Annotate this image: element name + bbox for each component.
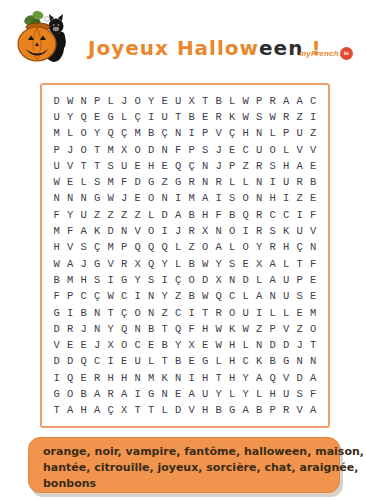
grid-cell: B bbox=[158, 337, 172, 353]
grid-cell: H bbox=[145, 158, 159, 174]
grid-cell: T bbox=[77, 158, 91, 174]
grid-cell: B bbox=[145, 125, 159, 141]
grid-cell: L bbox=[145, 353, 159, 369]
grid-cell: F bbox=[307, 207, 321, 223]
grid-cell: O bbox=[131, 141, 145, 157]
grid-cell: E bbox=[199, 337, 213, 353]
grid-cell: V bbox=[293, 402, 307, 418]
grid-cell: D bbox=[239, 272, 253, 288]
grid-cell: U bbox=[50, 109, 64, 125]
grid-cell: K bbox=[226, 109, 240, 125]
grid-cell: H bbox=[104, 370, 118, 386]
grid-cell: G bbox=[172, 174, 186, 190]
grid-cell: T bbox=[307, 337, 321, 353]
grid-cell: Z bbox=[185, 239, 199, 255]
grid-cell: Ç bbox=[172, 272, 186, 288]
grid-cell: L bbox=[253, 386, 267, 402]
grid-cell: Ç bbox=[104, 402, 118, 418]
grid-cell: X bbox=[212, 272, 226, 288]
grid-cell: S bbox=[253, 109, 267, 125]
grid-cell: C bbox=[131, 337, 145, 353]
grid-cell: B bbox=[185, 109, 199, 125]
grid-cell: B bbox=[307, 174, 321, 190]
grid-cell: M bbox=[307, 304, 321, 320]
grid-cell: W bbox=[266, 109, 280, 125]
grid-cell: P bbox=[118, 239, 132, 255]
grid-cell: G bbox=[145, 174, 159, 190]
grid-cell: Y bbox=[158, 256, 172, 272]
grid-cell: M bbox=[50, 125, 64, 141]
grid-cell: W bbox=[212, 321, 226, 337]
grid-cell: Q bbox=[158, 239, 172, 255]
grid-cell: L bbox=[172, 256, 186, 272]
grid-cell: Q bbox=[131, 239, 145, 255]
grid-cell: S bbox=[293, 288, 307, 304]
grid-cell: G bbox=[280, 353, 294, 369]
grid-cell: M bbox=[185, 190, 199, 206]
grid-cell: J bbox=[64, 141, 78, 157]
grid-cell: P bbox=[226, 158, 240, 174]
grid-cell: M bbox=[50, 223, 64, 239]
grid-cell: G bbox=[145, 386, 159, 402]
grid-cell: H bbox=[280, 158, 294, 174]
grid-cell: C bbox=[239, 353, 253, 369]
grid-cell: Z bbox=[104, 207, 118, 223]
grid-cell: S bbox=[226, 256, 240, 272]
grid-cell: P bbox=[266, 321, 280, 337]
grid-cell: U bbox=[280, 288, 294, 304]
grid-cell: A bbox=[118, 386, 132, 402]
grid-cell: U bbox=[253, 141, 267, 157]
grid-cell: D bbox=[293, 370, 307, 386]
grid-cell: P bbox=[266, 402, 280, 418]
grid-cell: R bbox=[212, 304, 226, 320]
grid-cell: N bbox=[118, 223, 132, 239]
grid-cell: V bbox=[293, 141, 307, 157]
grid-cell: L bbox=[226, 93, 240, 109]
grid-cell: H bbox=[226, 353, 240, 369]
grid-cell: M bbox=[131, 125, 145, 141]
grid-cell: I bbox=[253, 304, 267, 320]
grid-cell: A bbox=[293, 158, 307, 174]
grid-cell: Z bbox=[158, 174, 172, 190]
grid-cell: J bbox=[118, 93, 132, 109]
grid-cell: W bbox=[50, 256, 64, 272]
grid-cell: E bbox=[91, 109, 105, 125]
grid-cell: H bbox=[199, 402, 213, 418]
grid-cell: V bbox=[64, 158, 78, 174]
grid-cell: O bbox=[266, 141, 280, 157]
grid-cell: E bbox=[145, 337, 159, 353]
grid-cell: U bbox=[293, 125, 307, 141]
grid-cell: B bbox=[266, 353, 280, 369]
grid-cell: Ç bbox=[131, 109, 145, 125]
word-list-line: hantée, citrouille, joyeux, sorcière, ch… bbox=[43, 460, 327, 476]
grid-cell: R bbox=[253, 158, 267, 174]
grid-cell: N bbox=[226, 272, 240, 288]
grid-cell: R bbox=[253, 207, 267, 223]
grid-cell: R bbox=[64, 321, 78, 337]
grid-cell: B bbox=[185, 288, 199, 304]
grid-cell: O bbox=[307, 321, 321, 337]
grid-cell: B bbox=[145, 321, 159, 337]
grid-cell: Y bbox=[212, 386, 226, 402]
grid-cell: N bbox=[199, 174, 213, 190]
grid-cell: X bbox=[199, 223, 213, 239]
title-text-dark: een bbox=[259, 36, 303, 60]
grid-cell: T bbox=[145, 402, 159, 418]
grid-cell: L bbox=[239, 288, 253, 304]
grid-cell: X bbox=[185, 337, 199, 353]
grid-cell: F bbox=[185, 321, 199, 337]
grid-cell: A bbox=[307, 370, 321, 386]
grid-cell: H bbox=[77, 272, 91, 288]
grid-cell: Q bbox=[77, 353, 91, 369]
grid-cell: N bbox=[64, 190, 78, 206]
grid-cell: S bbox=[293, 386, 307, 402]
grid-cell: C bbox=[280, 207, 294, 223]
grid-cell: D bbox=[145, 141, 159, 157]
grid-cell: E bbox=[307, 158, 321, 174]
grid-cell: N bbox=[158, 141, 172, 157]
grid-cell: M bbox=[104, 239, 118, 255]
grid-cell: E bbox=[64, 337, 78, 353]
page-title: Joyeux Halloween ! bbox=[88, 36, 308, 60]
grid-cell: N bbox=[212, 223, 226, 239]
grid-cell: O bbox=[77, 141, 91, 157]
grid-cell: D bbox=[50, 93, 64, 109]
grid-cell: Y bbox=[91, 125, 105, 141]
grid-cell: X bbox=[185, 93, 199, 109]
grid-cell: S bbox=[266, 223, 280, 239]
grid-cell: A bbox=[239, 402, 253, 418]
grid-cell: N bbox=[172, 125, 186, 141]
grid-cell: T bbox=[199, 304, 213, 320]
grid-cell: J bbox=[77, 256, 91, 272]
grid-cell: S bbox=[91, 272, 105, 288]
grid-cell: I bbox=[185, 304, 199, 320]
grid-cell: D bbox=[50, 321, 64, 337]
grid-cell: L bbox=[226, 239, 240, 255]
grid-cell: E bbox=[77, 370, 91, 386]
grid-cell: W bbox=[239, 93, 253, 109]
grid-cell: U bbox=[239, 304, 253, 320]
grid-cell: W bbox=[104, 288, 118, 304]
grid-cell: E bbox=[131, 158, 145, 174]
grid-cell: B bbox=[253, 402, 267, 418]
grid-cell: N bbox=[253, 190, 267, 206]
grid-cell: N bbox=[91, 304, 105, 320]
grid-cell: I bbox=[104, 272, 118, 288]
grid-cell: X bbox=[131, 256, 145, 272]
grid-cell: C bbox=[239, 141, 253, 157]
grid-cell: A bbox=[293, 93, 307, 109]
grid-cell: I bbox=[266, 174, 280, 190]
grid-cell: L bbox=[118, 109, 132, 125]
grid-cell: W bbox=[239, 109, 253, 125]
grid-cell: T bbox=[50, 402, 64, 418]
grid-cell: J bbox=[91, 337, 105, 353]
grid-cell: Ç bbox=[118, 125, 132, 141]
grid-cell: T bbox=[158, 321, 172, 337]
grid-cell: P bbox=[91, 93, 105, 109]
grid-cell: W bbox=[239, 321, 253, 337]
grid-cell: A bbox=[172, 207, 186, 223]
grid-cell: H bbox=[77, 402, 91, 418]
grid-cell: E bbox=[239, 256, 253, 272]
grid-cell: R bbox=[293, 174, 307, 190]
grid-cell: V bbox=[280, 321, 294, 337]
grid-cell: N bbox=[145, 288, 159, 304]
grid-cell: A bbox=[212, 239, 226, 255]
grid-cell: O bbox=[226, 223, 240, 239]
grid-cell: L bbox=[266, 304, 280, 320]
grid-cell: G bbox=[91, 190, 105, 206]
grid-cell: A bbox=[253, 288, 267, 304]
grid-cell: L bbox=[280, 304, 294, 320]
grid-cell: T bbox=[172, 109, 186, 125]
grid-cell: D bbox=[158, 207, 172, 223]
grid-cell: U bbox=[172, 93, 186, 109]
grid-cell: G bbox=[118, 272, 132, 288]
grid-cell: E bbox=[307, 288, 321, 304]
grid-cell: B bbox=[185, 207, 199, 223]
grid-cell: O bbox=[77, 125, 91, 141]
grid-cell: A bbox=[266, 272, 280, 288]
grid-cell: A bbox=[64, 402, 78, 418]
grid-cell: P bbox=[293, 272, 307, 288]
grid-cell: I bbox=[239, 223, 253, 239]
grid-cell: Q bbox=[77, 109, 91, 125]
grid-cell: I bbox=[212, 190, 226, 206]
grid-cell: Z bbox=[172, 288, 186, 304]
grid-cell: I bbox=[185, 370, 199, 386]
grid-cell: I bbox=[158, 272, 172, 288]
grid-cell: G bbox=[50, 386, 64, 402]
grid-cell: C bbox=[266, 207, 280, 223]
grid-cell: V bbox=[307, 223, 321, 239]
grid-cell: J bbox=[118, 190, 132, 206]
grid-cell: N bbox=[307, 353, 321, 369]
grid-cell: U bbox=[158, 109, 172, 125]
grid-cell: G bbox=[104, 109, 118, 125]
grid-cell: D bbox=[199, 272, 213, 288]
grid-cell: J bbox=[212, 158, 226, 174]
grid-cell: R bbox=[118, 256, 132, 272]
logo-text: myFrench bbox=[299, 49, 339, 58]
grid-cell: I bbox=[172, 190, 186, 206]
pumpkin-cat-image bbox=[16, 6, 68, 64]
grid-cell: S bbox=[145, 272, 159, 288]
title-text-orange: Joyeux Hallow bbox=[88, 36, 259, 60]
grid-cell: H bbox=[226, 370, 240, 386]
grid-cell: K bbox=[226, 321, 240, 337]
grid-cell: F bbox=[50, 288, 64, 304]
grid-cell: N bbox=[266, 288, 280, 304]
grid-cell: S bbox=[266, 158, 280, 174]
grid-cell: A bbox=[77, 223, 91, 239]
grid-cell: Ç bbox=[91, 288, 105, 304]
grid-cell: U bbox=[293, 223, 307, 239]
grid-cell: E bbox=[77, 337, 91, 353]
grid-cell: A bbox=[307, 402, 321, 418]
grid-cell: Z bbox=[293, 109, 307, 125]
grid-cell: L bbox=[212, 353, 226, 369]
grid-cell: L bbox=[280, 141, 294, 157]
grid-cell: H bbox=[226, 337, 240, 353]
grid-cell: D bbox=[266, 337, 280, 353]
grid-cell: V bbox=[131, 223, 145, 239]
grid-cell: Y bbox=[239, 370, 253, 386]
grid-cell: D bbox=[50, 353, 64, 369]
grid-cell: T bbox=[104, 304, 118, 320]
grid-cell: O bbox=[239, 190, 253, 206]
grid-cell: M bbox=[145, 370, 159, 386]
grid-cell: Q bbox=[172, 321, 186, 337]
grid-cell: W bbox=[50, 174, 64, 190]
grid-cell: G bbox=[199, 353, 213, 369]
grid-cell: E bbox=[293, 304, 307, 320]
grid-cell: W bbox=[212, 337, 226, 353]
grid-cell: Q bbox=[145, 239, 159, 255]
grid-cell: X bbox=[253, 256, 267, 272]
grid-cell: I bbox=[158, 223, 172, 239]
grid-cell: O bbox=[64, 386, 78, 402]
grid-cell: Y bbox=[172, 337, 186, 353]
grid-cell: O bbox=[131, 93, 145, 109]
grid-cell: A bbox=[64, 256, 78, 272]
grid-cell: P bbox=[280, 125, 294, 141]
grid-cell: G bbox=[226, 402, 240, 418]
grid-cell: H bbox=[266, 190, 280, 206]
grid-cell: D bbox=[64, 353, 78, 369]
grid-cell: W bbox=[64, 93, 78, 109]
grid-cell: T bbox=[212, 370, 226, 386]
grid-cell: Q bbox=[239, 207, 253, 223]
grid-cell: H bbox=[199, 370, 213, 386]
grid-cell: W bbox=[199, 288, 213, 304]
grid-cell: N bbox=[77, 93, 91, 109]
grid-cell: R bbox=[104, 386, 118, 402]
grid-cell: R bbox=[266, 239, 280, 255]
grid-cell: P bbox=[64, 288, 78, 304]
grid-cell: E bbox=[226, 141, 240, 157]
grid-cell: Ç bbox=[293, 239, 307, 255]
grid-cell: O bbox=[145, 190, 159, 206]
grid-cell: T bbox=[91, 158, 105, 174]
grid-cell: Y bbox=[253, 239, 267, 255]
grid-cell: L bbox=[145, 207, 159, 223]
grid-cell: N bbox=[199, 158, 213, 174]
grid-cell: M bbox=[64, 272, 78, 288]
grid-cell: R bbox=[185, 174, 199, 190]
grid-cell: C bbox=[307, 93, 321, 109]
grid-cell: C bbox=[77, 288, 91, 304]
grid-cell: T bbox=[131, 402, 145, 418]
grid-cell: Q bbox=[104, 125, 118, 141]
word-list-box: orange, noir, vampire, fantôme, hallowee… bbox=[28, 437, 340, 493]
grid-cell: N bbox=[253, 337, 267, 353]
grid-cell: I bbox=[307, 109, 321, 125]
grid-cell: S bbox=[104, 158, 118, 174]
grid-cell: A bbox=[91, 402, 105, 418]
grid-cell: Ç bbox=[91, 239, 105, 255]
grid-cell: V bbox=[280, 370, 294, 386]
grid-cell: R bbox=[266, 93, 280, 109]
grid-cell: K bbox=[253, 353, 267, 369]
grid-cell: Ç bbox=[118, 304, 132, 320]
grid-cell: I bbox=[131, 386, 145, 402]
grid-cell: H bbox=[280, 239, 294, 255]
grid-cell: D bbox=[172, 402, 186, 418]
grid-cell: E bbox=[158, 93, 172, 109]
grid-cell: N bbox=[158, 190, 172, 206]
grid-cell: O bbox=[118, 337, 132, 353]
grid-cell: I bbox=[145, 109, 159, 125]
grid-cell: O bbox=[145, 223, 159, 239]
grid-cell: N bbox=[131, 370, 145, 386]
grid-cell: R bbox=[253, 223, 267, 239]
grid-cell: N bbox=[307, 239, 321, 255]
grid-cell: R bbox=[212, 109, 226, 125]
grid-cell: E bbox=[307, 272, 321, 288]
grid-cell: U bbox=[50, 158, 64, 174]
grid-cell: C bbox=[172, 304, 186, 320]
grid-cell: Y bbox=[104, 321, 118, 337]
word-search-board: DWNPLJOYEUXTBLWPRAACUYQEGLÇIUTBERKWSWRZI… bbox=[40, 83, 330, 428]
grid-cell: Y bbox=[239, 386, 253, 402]
site-logo: myFrench io bbox=[299, 44, 361, 62]
grid-cell: Y bbox=[131, 272, 145, 288]
grid-cell: E bbox=[64, 174, 78, 190]
grid-cell: A bbox=[199, 190, 213, 206]
grid-cell: U bbox=[280, 386, 294, 402]
grid-cell: J bbox=[293, 337, 307, 353]
grid-cell: V bbox=[104, 256, 118, 272]
grid-cell: P bbox=[185, 141, 199, 157]
grid-cell: Z bbox=[293, 321, 307, 337]
grid-cell: Z bbox=[293, 190, 307, 206]
grid-cell: K bbox=[158, 370, 172, 386]
grid-cell: F bbox=[307, 256, 321, 272]
grid-cell: H bbox=[199, 207, 213, 223]
grid-cell: Y bbox=[212, 256, 226, 272]
grid-cell: B bbox=[226, 207, 240, 223]
grid-cell: Q bbox=[266, 370, 280, 386]
grid-cell: J bbox=[77, 321, 91, 337]
grid-cell: N bbox=[50, 190, 64, 206]
grid-cell: A bbox=[266, 256, 280, 272]
grid-cell: Q bbox=[172, 158, 186, 174]
grid-cell: S bbox=[77, 239, 91, 255]
grid-cell: Z bbox=[131, 207, 145, 223]
grid-cell: R bbox=[185, 223, 199, 239]
grid-cell: U bbox=[280, 272, 294, 288]
grid-cell: K bbox=[280, 223, 294, 239]
grid-cell: N bbox=[293, 353, 307, 369]
grid-cell: C bbox=[91, 353, 105, 369]
grid-cell: U bbox=[280, 174, 294, 190]
grid-cell: N bbox=[131, 321, 145, 337]
grid-cell: V bbox=[50, 337, 64, 353]
grid-cell: Y bbox=[64, 207, 78, 223]
grid-cell: L bbox=[280, 256, 294, 272]
grid-cell: L bbox=[226, 386, 240, 402]
grid-cell: T bbox=[91, 141, 105, 157]
grid-cell: J bbox=[212, 141, 226, 157]
grid-cell: N bbox=[91, 321, 105, 337]
grid-cell: X bbox=[118, 402, 132, 418]
